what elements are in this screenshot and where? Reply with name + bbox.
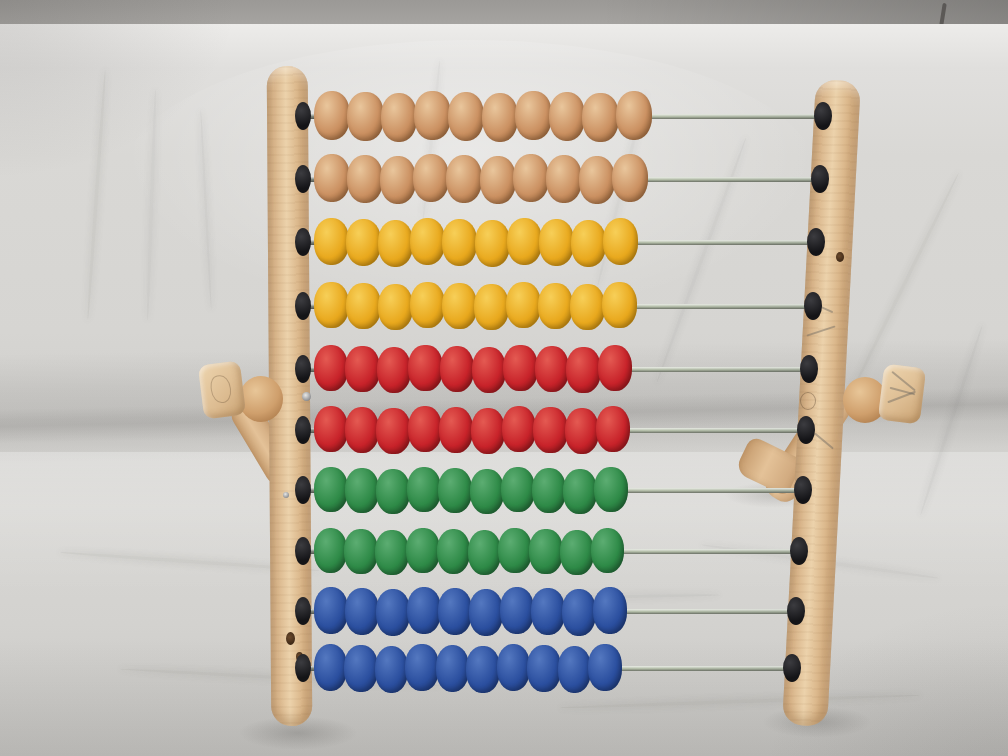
rod-stopper — [295, 102, 311, 130]
bead-natural[interactable] — [446, 155, 482, 203]
bead-green[interactable] — [470, 469, 504, 514]
bead-green[interactable] — [501, 467, 535, 512]
bead-blue[interactable] — [376, 589, 410, 636]
bead-blue[interactable] — [407, 587, 441, 634]
bead-yellow[interactable] — [539, 219, 574, 266]
bead-natural[interactable] — [414, 91, 451, 140]
rod-stopper — [295, 537, 311, 565]
bead-natural[interactable] — [347, 92, 384, 141]
bead-red[interactable] — [376, 408, 410, 454]
bead-green[interactable] — [532, 468, 566, 513]
bead-red[interactable] — [471, 408, 505, 454]
bead-red[interactable] — [503, 345, 538, 391]
rod-stopper — [295, 292, 311, 320]
endcap-engraving — [209, 374, 232, 404]
bead-blue[interactable] — [558, 646, 592, 693]
bead-natural[interactable] — [380, 156, 416, 204]
bead-red[interactable] — [439, 407, 473, 453]
bead-green[interactable] — [560, 530, 594, 575]
bead-natural[interactable] — [616, 91, 653, 140]
bead-natural[interactable] — [546, 155, 582, 203]
rod-stopper — [787, 597, 805, 625]
bead-natural[interactable] — [448, 92, 485, 141]
bead-red[interactable] — [377, 347, 412, 393]
rod-stopper — [295, 165, 311, 193]
rod-stopper — [794, 476, 812, 504]
bead-blue[interactable] — [438, 588, 472, 635]
bead-blue[interactable] — [588, 644, 622, 691]
bead-blue[interactable] — [593, 587, 627, 634]
bead-blue[interactable] — [436, 645, 470, 692]
rod-stopper — [295, 476, 311, 504]
bead-red[interactable] — [502, 406, 536, 452]
bead-yellow[interactable] — [538, 283, 573, 329]
bead-yellow[interactable] — [410, 282, 445, 328]
rod-stopper — [814, 102, 832, 130]
bead-green[interactable] — [437, 529, 471, 574]
bead-yellow[interactable] — [474, 284, 509, 330]
wood-knot — [286, 632, 295, 645]
bead-blue[interactable] — [314, 587, 348, 634]
bead-yellow[interactable] — [378, 284, 413, 330]
bead-yellow[interactable] — [442, 219, 477, 266]
bead-green[interactable] — [376, 469, 410, 514]
rod-stopper — [797, 416, 815, 444]
bead-green[interactable] — [591, 528, 625, 573]
bead-natural[interactable] — [482, 93, 519, 142]
bead-yellow[interactable] — [410, 218, 445, 265]
rod-stopper — [295, 597, 311, 625]
bead-blue[interactable] — [531, 588, 565, 635]
bead-blue[interactable] — [345, 588, 379, 635]
bead-natural[interactable] — [513, 154, 549, 202]
bead-red[interactable] — [472, 347, 507, 393]
bead-blue[interactable] — [469, 589, 503, 636]
bead-green[interactable] — [406, 528, 440, 573]
bead-yellow[interactable] — [346, 283, 381, 329]
bead-yellow[interactable] — [602, 282, 637, 328]
bead-natural[interactable] — [612, 154, 648, 202]
right-leg-endcap — [878, 364, 927, 425]
corner-vignette — [0, 0, 240, 180]
rod-stopper — [811, 165, 829, 193]
bead-red[interactable] — [408, 406, 442, 452]
bead-natural[interactable] — [314, 154, 350, 202]
bead-natural[interactable] — [549, 92, 586, 141]
bead-yellow[interactable] — [507, 218, 542, 265]
bead-blue[interactable] — [497, 644, 531, 691]
bead-red[interactable] — [535, 346, 570, 392]
bead-natural[interactable] — [480, 156, 516, 204]
bead-blue[interactable] — [527, 645, 561, 692]
maker-stamp — [800, 392, 816, 410]
rod-stopper — [295, 654, 311, 682]
bead-blue[interactable] — [375, 646, 409, 693]
bead-yellow[interactable] — [314, 282, 349, 328]
rod-stopper — [295, 355, 311, 383]
left-leg-endcap — [198, 361, 246, 420]
screw — [302, 392, 311, 401]
bead-natural[interactable] — [381, 93, 418, 142]
bead-green[interactable] — [563, 469, 597, 514]
bead-natural[interactable] — [515, 91, 552, 140]
bead-yellow[interactable] — [378, 220, 413, 267]
bead-green[interactable] — [344, 529, 378, 574]
bead-green[interactable] — [529, 529, 563, 574]
bead-red[interactable] — [314, 345, 349, 391]
bead-green[interactable] — [407, 467, 441, 512]
bead-green[interactable] — [468, 530, 502, 575]
bead-green[interactable] — [438, 468, 472, 513]
rod-stopper — [804, 292, 822, 320]
screw — [283, 492, 289, 498]
bead-blue[interactable] — [314, 644, 348, 691]
bead-green[interactable] — [498, 528, 532, 573]
bead-red[interactable] — [440, 346, 475, 392]
bead-red[interactable] — [598, 345, 633, 391]
bead-red[interactable] — [345, 407, 379, 453]
bead-yellow[interactable] — [571, 220, 606, 267]
bead-red[interactable] — [314, 406, 348, 452]
bead-yellow[interactable] — [570, 284, 605, 330]
bead-blue[interactable] — [344, 645, 378, 692]
bead-blue[interactable] — [562, 589, 596, 636]
bead-yellow[interactable] — [506, 282, 541, 328]
bead-yellow[interactable] — [314, 218, 349, 265]
bead-natural[interactable] — [582, 93, 619, 142]
bead-yellow[interactable] — [475, 220, 510, 267]
bead-green[interactable] — [314, 467, 348, 512]
bead-red[interactable] — [533, 407, 567, 453]
bead-green[interactable] — [375, 530, 409, 575]
bead-green[interactable] — [345, 468, 379, 513]
bead-natural[interactable] — [413, 154, 449, 202]
bead-red[interactable] — [408, 345, 443, 391]
rod-stopper — [295, 228, 311, 256]
rod-stopper — [295, 416, 311, 444]
bead-natural[interactable] — [314, 91, 351, 140]
bead-red[interactable] — [345, 346, 380, 392]
bead-blue[interactable] — [500, 587, 534, 634]
bead-green[interactable] — [594, 467, 628, 512]
left-leg-knob — [239, 376, 283, 422]
bead-blue[interactable] — [466, 646, 500, 693]
ink-mark — [836, 252, 844, 262]
abacus-photo-scene — [0, 0, 1008, 756]
bead-yellow[interactable] — [442, 283, 477, 329]
bead-red[interactable] — [566, 347, 601, 393]
bead-yellow[interactable] — [346, 219, 381, 266]
bead-natural[interactable] — [347, 155, 383, 203]
bead-blue[interactable] — [405, 644, 439, 691]
bead-red[interactable] — [596, 406, 630, 452]
bead-yellow[interactable] — [603, 218, 638, 265]
bead-green[interactable] — [314, 528, 348, 573]
bead-natural[interactable] — [579, 156, 615, 204]
bead-red[interactable] — [565, 408, 599, 454]
